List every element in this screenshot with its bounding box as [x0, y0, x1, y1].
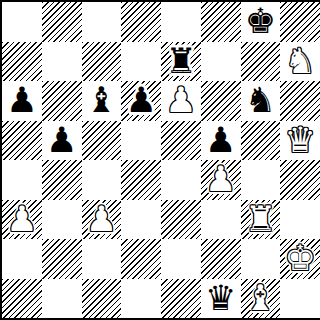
piece-black-pawn: ♟ [6, 83, 37, 118]
square-g1[interactable]: ♝ [241, 279, 281, 319]
square-b3[interactable] [42, 200, 82, 240]
square-g3[interactable]: ♜ [241, 200, 281, 240]
square-d1[interactable] [121, 279, 161, 319]
square-h3[interactable] [280, 200, 320, 240]
piece-black-pawn: ♟ [46, 123, 77, 158]
square-d2[interactable] [121, 239, 161, 279]
square-a4[interactable] [2, 160, 42, 200]
square-a2[interactable] [2, 239, 42, 279]
square-f4[interactable]: ♟ [201, 160, 241, 200]
square-f7[interactable] [201, 42, 241, 82]
square-b2[interactable] [42, 239, 82, 279]
square-d4[interactable] [121, 160, 161, 200]
square-h2[interactable]: ♚ [280, 239, 320, 279]
square-a6[interactable]: ♟ [2, 81, 42, 121]
square-d5[interactable] [121, 121, 161, 161]
piece-black-pawn: ♟ [125, 83, 156, 118]
piece-white-queen: ♛ [284, 123, 315, 158]
square-g8[interactable]: ♚ [241, 2, 281, 42]
square-a8[interactable] [2, 2, 42, 42]
square-c6[interactable]: ♝ [82, 81, 122, 121]
square-d3[interactable] [121, 200, 161, 240]
piece-black-queen: ♛ [205, 281, 236, 316]
square-a7[interactable] [2, 42, 42, 82]
square-e5[interactable] [161, 121, 201, 161]
square-f5[interactable]: ♟ [201, 121, 241, 161]
square-d7[interactable] [121, 42, 161, 82]
square-b7[interactable] [42, 42, 82, 82]
piece-black-knight: ♞ [245, 83, 276, 118]
chess-diagram: ♚♜♞♟♝♟♟♞♟♟♛♟♟♟♜♚♛♝ [0, 0, 320, 320]
piece-white-king: ♚ [284, 241, 315, 276]
square-e6[interactable]: ♟ [161, 81, 201, 121]
square-h7[interactable]: ♞ [280, 42, 320, 82]
square-c4[interactable] [82, 160, 122, 200]
square-f1[interactable]: ♛ [201, 279, 241, 319]
square-f3[interactable] [201, 200, 241, 240]
square-g5[interactable] [241, 121, 281, 161]
square-h5[interactable]: ♛ [280, 121, 320, 161]
square-g7[interactable] [241, 42, 281, 82]
square-a1[interactable] [2, 279, 42, 319]
square-c2[interactable] [82, 239, 122, 279]
square-e7[interactable]: ♜ [161, 42, 201, 82]
square-b6[interactable] [42, 81, 82, 121]
square-c5[interactable] [82, 121, 122, 161]
square-b5[interactable]: ♟ [42, 121, 82, 161]
square-e2[interactable] [161, 239, 201, 279]
square-h8[interactable] [280, 2, 320, 42]
square-b8[interactable] [42, 2, 82, 42]
piece-white-pawn: ♟ [205, 162, 236, 197]
piece-black-bishop: ♝ [86, 83, 117, 118]
square-e1[interactable] [161, 279, 201, 319]
piece-white-pawn: ♟ [6, 202, 37, 237]
square-e3[interactable] [161, 200, 201, 240]
square-d8[interactable] [121, 2, 161, 42]
square-h6[interactable] [280, 81, 320, 121]
square-d6[interactable]: ♟ [121, 81, 161, 121]
square-g4[interactable] [241, 160, 281, 200]
square-a3[interactable]: ♟ [2, 200, 42, 240]
square-c7[interactable] [82, 42, 122, 82]
square-a5[interactable] [2, 121, 42, 161]
square-f8[interactable] [201, 2, 241, 42]
piece-black-pawn: ♟ [205, 123, 236, 158]
piece-white-rook: ♜ [245, 202, 276, 237]
chess-board: ♚♜♞♟♝♟♟♞♟♟♛♟♟♟♜♚♛♝ [0, 0, 320, 320]
square-e8[interactable] [161, 2, 201, 42]
piece-black-king: ♚ [245, 4, 276, 39]
piece-white-knight: ♞ [284, 44, 315, 79]
square-h4[interactable] [280, 160, 320, 200]
square-c8[interactable] [82, 2, 122, 42]
square-c1[interactable] [82, 279, 122, 319]
square-b4[interactable] [42, 160, 82, 200]
square-h1[interactable] [280, 279, 320, 319]
square-f6[interactable] [201, 81, 241, 121]
square-g2[interactable] [241, 239, 281, 279]
square-b1[interactable] [42, 279, 82, 319]
square-f2[interactable] [201, 239, 241, 279]
square-c3[interactable]: ♟ [82, 200, 122, 240]
piece-white-bishop: ♝ [245, 281, 276, 316]
square-g6[interactable]: ♞ [241, 81, 281, 121]
square-e4[interactable] [161, 160, 201, 200]
piece-white-pawn: ♟ [165, 83, 196, 118]
piece-white-pawn: ♟ [86, 202, 117, 237]
piece-black-rook: ♜ [165, 44, 196, 79]
